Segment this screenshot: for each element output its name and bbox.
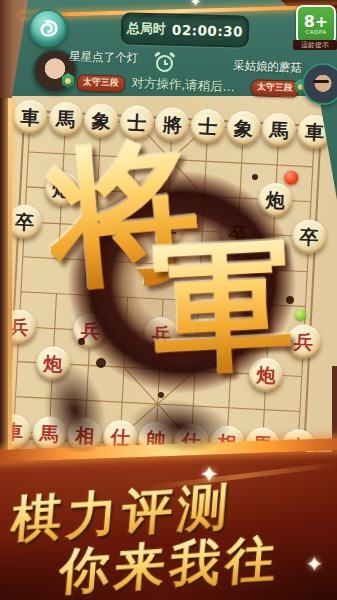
ink-spatter-dot (78, 338, 85, 345)
screen-edge-glow (8, 96, 12, 452)
player-left-name: 星星点了个灯 (69, 49, 138, 66)
check-calligraphy-char2: 軍 (148, 230, 297, 379)
age-rating-org: CADPA (305, 29, 326, 35)
top-bar: 总局时 02:00:30 8+ CADPA 适龄提示 星星点了个灯 太守三段 对… (0, 0, 337, 98)
timer-value: 02:00:30 (172, 22, 244, 40)
ink-spatter-dot (96, 358, 106, 368)
xiangqi-app-screen: { "game": "xiangqi", "header": { "timer_… (0, 0, 337, 600)
total-game-timer: 总局时 02:00:30 (121, 12, 250, 48)
sparkle-icon: ✦ (200, 462, 218, 487)
banner-line2: 你来我往 (57, 525, 284, 600)
xiangqi-board-area[interactable]: 車馬象士將士象馬車炮炮卒卒卒卒卒兵兵兵兵兵炮炮車馬相仕帥仕相馬車 将 軍 (0, 96, 337, 452)
ink-spatter-dot (252, 174, 258, 180)
timer-label: 总局时 (127, 19, 166, 38)
sparkle-icon: ✦ (306, 552, 323, 576)
player-right-avatar[interactable] (302, 63, 337, 105)
swirl-cloud-icon (34, 14, 62, 42)
age-rating-badge: 8+ CADPA (296, 5, 336, 44)
opponent-turn-status: 对方操作,请稍后... (103, 73, 264, 97)
alarm-clock-icon (156, 55, 174, 73)
age-rating-value: 8+ (304, 14, 329, 29)
promo-banner: 棋力评测 你来我往 (0, 452, 337, 600)
ink-spatter-dot (158, 392, 164, 398)
player-right-name: 采姑娘的蘑菇 (212, 57, 302, 75)
sparkle-icon: ✦ (190, 0, 201, 9)
age-rating-caption: 适龄提示 (293, 40, 337, 50)
back-button[interactable] (29, 9, 67, 47)
player-right-rank-badge: 太守三段 (251, 79, 300, 98)
